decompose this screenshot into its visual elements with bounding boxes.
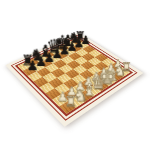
board-outer-frame: ♜♞♝♛♚♝♞♜♟♟♟♟♟♟♟♟♟♟♟♟♟♟♟♟♜♞♝♛♚♝♞♜ <box>5 32 143 126</box>
white-rook-piece: ♜ <box>64 95 76 109</box>
board-pinstripe-outer: ♜♞♝♛♚♝♞♜♟♟♟♟♟♟♟♟♟♟♟♟♟♟♟♟♜♞♝♛♚♝♞♜ <box>11 35 138 121</box>
chess-board: ♜♞♝♛♚♝♞♜♟♟♟♟♟♟♟♟♟♟♟♟♟♟♟♟♜♞♝♛♚♝♞♜ <box>18 38 131 114</box>
board-perspective-wrap: ♜♞♝♛♚♝♞♜♟♟♟♟♟♟♟♟♟♟♟♟♟♟♟♟♜♞♝♛♚♝♞♜ <box>0 0 150 150</box>
photo-background: ♜♞♝♛♚♝♞♜♟♟♟♟♟♟♟♟♟♟♟♟♟♟♟♟♜♞♝♛♚♝♞♜ <box>0 0 150 150</box>
black-pawn-piece: ♟ <box>26 60 36 73</box>
board-pinstripe-inner: ♜♞♝♛♚♝♞♜♟♟♟♟♟♟♟♟♟♟♟♟♟♟♟♟♜♞♝♛♚♝♞♜ <box>15 37 133 117</box>
